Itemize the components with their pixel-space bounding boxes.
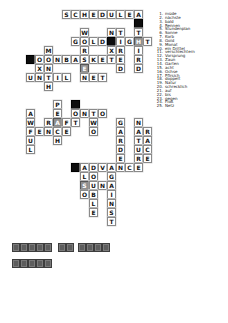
- grid-cell[interactable]: H: [53, 136, 62, 145]
- grid-cell[interactable]: T: [143, 37, 152, 46]
- grid-cell[interactable]: L: [62, 73, 71, 82]
- grid-cell[interactable]: L: [89, 199, 98, 208]
- grid-cell[interactable]: I: [107, 190, 116, 199]
- grid-cell[interactable]: N: [80, 73, 89, 82]
- grid-cell[interactable]: D: [98, 37, 107, 46]
- grid-cell[interactable]: E: [116, 154, 125, 163]
- grid-cell[interactable]: N: [80, 109, 89, 118]
- grid-cell[interactable]: O: [89, 172, 98, 181]
- grid-cell[interactable]: N: [44, 127, 53, 136]
- solution-bar-cell[interactable]: [44, 259, 52, 268]
- grid-cell[interactable]: W: [89, 118, 98, 127]
- grid-cell[interactable]: D: [89, 163, 98, 172]
- grid-cell[interactable]: T: [107, 217, 116, 226]
- grid-cell[interactable]: R: [116, 136, 125, 145]
- solution-bar-cell[interactable]: [86, 243, 94, 252]
- grid-cell[interactable]: X: [107, 46, 116, 55]
- grid-cell[interactable]: E: [89, 73, 98, 82]
- solution-bar-cell[interactable]: [12, 243, 20, 252]
- clue-number: 25.: [155, 104, 163, 108]
- grid-cell[interactable]: V: [98, 163, 107, 172]
- grid-cell[interactable]: E: [134, 163, 143, 172]
- solution-bar-cell[interactable]: [58, 243, 66, 252]
- black-solution-cell[interactable]: [134, 19, 143, 28]
- grid-cell[interactable]: E: [125, 10, 134, 19]
- grid-cell[interactable]: C: [143, 145, 152, 154]
- solution-bar-cell[interactable]: [44, 243, 52, 252]
- grid-cell[interactable]: A: [26, 109, 35, 118]
- grid-cell[interactable]: G: [116, 118, 125, 127]
- grid-cell[interactable]: O: [35, 55, 44, 64]
- grid-cell[interactable]: K: [89, 55, 98, 64]
- grid-cell[interactable]: W: [80, 28, 89, 37]
- grid-cell[interactable]: H: [44, 82, 53, 91]
- grid-cell[interactable]: A: [80, 163, 89, 172]
- grid-cell[interactable]: B: [89, 190, 98, 199]
- grid-cell[interactable]: T: [71, 118, 80, 127]
- solution-bar-cell[interactable]: [28, 259, 36, 268]
- grid-cell[interactable]: E: [62, 127, 71, 136]
- gray-solution-cell[interactable]: S: [80, 181, 89, 190]
- grid-cell[interactable]: F: [26, 127, 35, 136]
- gray-solution-cell[interactable]: A: [53, 118, 62, 127]
- grid-cell[interactable]: T: [89, 109, 98, 118]
- grid-cell[interactable]: S: [80, 55, 89, 64]
- grid-cell[interactable]: G: [71, 37, 80, 46]
- grid-cell[interactable]: T: [134, 28, 143, 37]
- grid-cell[interactable]: A: [71, 55, 80, 64]
- grid-cell[interactable]: E: [89, 208, 98, 217]
- solution-bar-cell[interactable]: [20, 243, 28, 252]
- grid-cell[interactable]: E: [116, 55, 125, 64]
- grid-cell[interactable]: O: [44, 55, 53, 64]
- solution-bar-cell[interactable]: [94, 243, 102, 252]
- solution-bar-cell[interactable]: [20, 259, 28, 268]
- grid-cell[interactable]: U: [26, 136, 35, 145]
- grid-cell[interactable]: L: [26, 145, 35, 154]
- grid-cell[interactable]: U: [107, 10, 116, 19]
- grid-cell[interactable]: E: [98, 55, 107, 64]
- grid-cell[interactable]: R: [143, 127, 152, 136]
- grid-cell[interactable]: A: [134, 127, 143, 136]
- grid-cell[interactable]: O: [89, 127, 98, 136]
- grid-cell[interactable]: E: [143, 154, 152, 163]
- grid-cell[interactable]: N: [116, 163, 125, 172]
- grid-cell[interactable]: G: [107, 172, 116, 181]
- grid-cell[interactable]: L: [116, 10, 125, 19]
- grid-cell[interactable]: R: [134, 55, 143, 64]
- grid-cell[interactable]: B: [62, 55, 71, 64]
- grid-cell[interactable]: A: [143, 136, 152, 145]
- grid-cell[interactable]: D: [134, 64, 143, 73]
- black-solution-cell[interactable]: [71, 163, 80, 172]
- grid-cell[interactable]: S: [62, 10, 71, 19]
- grid-cell[interactable]: S: [107, 208, 116, 217]
- grid-cell[interactable]: C: [125, 163, 134, 172]
- black-solution-cell[interactable]: [26, 55, 35, 64]
- solution-bar-cell[interactable]: [78, 243, 86, 252]
- grid-cell[interactable]: T: [44, 73, 53, 82]
- grid-cell[interactable]: R: [134, 154, 143, 163]
- grid-cell[interactable]: R: [80, 46, 89, 55]
- grid-cell[interactable]: N: [107, 199, 116, 208]
- grid-cell[interactable]: D: [116, 64, 125, 73]
- grid-cell[interactable]: O: [80, 190, 89, 199]
- gray-solution-cell[interactable]: H: [134, 37, 143, 46]
- grid-cell[interactable]: I: [134, 46, 143, 55]
- grid-cell[interactable]: X: [35, 64, 44, 73]
- grid-cell[interactable]: U: [26, 73, 35, 82]
- grid-cell[interactable]: R: [116, 46, 125, 55]
- grid-cell[interactable]: N: [53, 55, 62, 64]
- grid-cell[interactable]: T: [107, 55, 116, 64]
- grid-cell[interactable]: E: [89, 10, 98, 19]
- grid-cell[interactable]: C: [53, 127, 62, 136]
- gray-solution-cell[interactable]: E: [80, 64, 89, 73]
- grid-cell[interactable]: T: [134, 136, 143, 145]
- grid-cell[interactable]: U: [134, 145, 143, 154]
- grid-cell[interactable]: L: [80, 172, 89, 181]
- grid-cell[interactable]: T: [116, 28, 125, 37]
- grid-cell[interactable]: O: [80, 37, 89, 46]
- grid-cell[interactable]: L: [89, 37, 98, 46]
- grid-cell[interactable]: I: [116, 37, 125, 46]
- grid-cell[interactable]: N: [44, 64, 53, 73]
- grid-cell[interactable]: D: [98, 10, 107, 19]
- grid-cell[interactable]: F: [62, 118, 71, 127]
- grid-cell[interactable]: C: [71, 10, 80, 19]
- grid-cell[interactable]: M: [44, 46, 53, 55]
- grid-cell[interactable]: A: [116, 127, 125, 136]
- grid-cell[interactable]: D: [116, 145, 125, 154]
- grid-cell[interactable]: R: [44, 118, 53, 127]
- grid-cell[interactable]: U: [89, 181, 98, 190]
- clue-list: 1.müde2.nächste3.bald4.Rennen5.Stundenpl…: [155, 12, 195, 108]
- grid-cell[interactable]: O: [98, 109, 107, 118]
- solution-bar-cell[interactable]: [102, 243, 110, 252]
- solution-bar-cell[interactable]: [28, 243, 36, 252]
- clue-text: Netz: [165, 103, 174, 108]
- grid-cell[interactable]: E: [53, 109, 62, 118]
- black-solution-cell[interactable]: [107, 37, 116, 46]
- grid-cell[interactable]: T: [98, 73, 107, 82]
- grid-cell[interactable]: E: [35, 127, 44, 136]
- grid-cell[interactable]: A: [107, 181, 116, 190]
- black-solution-cell[interactable]: [71, 100, 80, 109]
- grid-cell[interactable]: I: [53, 73, 62, 82]
- grid-cell[interactable]: W: [26, 118, 35, 127]
- solution-bar-cell[interactable]: [36, 259, 44, 268]
- grid-cell[interactable]: A: [134, 10, 143, 19]
- grid-cell[interactable]: N: [107, 28, 116, 37]
- solution-bar-cell[interactable]: [36, 243, 44, 252]
- grid-cell[interactable]: H: [80, 10, 89, 19]
- grid-cell[interactable]: O: [71, 109, 80, 118]
- grid-cell[interactable]: N: [35, 73, 44, 82]
- grid-cell[interactable]: G: [125, 37, 134, 46]
- solution-bar-cell[interactable]: [12, 259, 20, 268]
- grid-cell[interactable]: A: [107, 163, 116, 172]
- grid-cell[interactable]: P: [53, 100, 62, 109]
- grid-cell[interactable]: N: [134, 118, 143, 127]
- clue-item: 25.Netz: [155, 104, 195, 108]
- solution-bar-cell[interactable]: [66, 243, 74, 252]
- grid-cell[interactable]: N: [98, 181, 107, 190]
